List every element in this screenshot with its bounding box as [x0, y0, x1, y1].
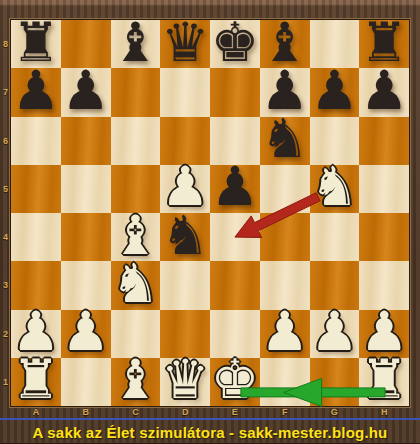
square-f4	[260, 213, 310, 261]
black-knight: ♞	[161, 212, 209, 260]
square-f6: ♞	[260, 117, 310, 165]
white-bishop: ♝	[111, 356, 159, 404]
square-a5	[11, 165, 61, 213]
square-h5	[359, 165, 409, 213]
square-d8: ♛	[160, 20, 210, 68]
square-f1	[260, 358, 310, 406]
square-b2: ♟	[61, 310, 111, 358]
file-label-e: E	[232, 407, 238, 417]
black-pawn: ♟	[61, 67, 109, 115]
square-e8: ♚	[210, 20, 260, 68]
square-h6	[359, 117, 409, 165]
rank-label-8: 8	[0, 39, 11, 49]
square-b7: ♟	[61, 68, 111, 116]
black-pawn: ♟	[310, 67, 358, 115]
square-g7: ♟	[310, 68, 360, 116]
file-label-d: D	[182, 407, 189, 417]
white-rook: ♜	[12, 356, 60, 404]
rank-label-1: 1	[0, 377, 11, 387]
square-e3	[210, 261, 260, 309]
square-e7	[210, 68, 260, 116]
square-a4	[11, 213, 61, 261]
square-e5: ♟	[210, 165, 260, 213]
black-pawn: ♟	[360, 67, 408, 115]
caption-text: A sakk az Élet szimulátora - sakk-mester…	[32, 424, 387, 441]
square-c8: ♝	[111, 20, 161, 68]
black-pawn: ♟	[12, 67, 60, 115]
file-label-b: B	[82, 407, 89, 417]
square-c7	[111, 68, 161, 116]
file-label-f: F	[282, 407, 288, 417]
square-g5: ♞	[310, 165, 360, 213]
square-c3: ♞	[111, 261, 161, 309]
square-h7: ♟	[359, 68, 409, 116]
file-label-h: H	[381, 407, 388, 417]
square-g4	[310, 213, 360, 261]
black-knight: ♞	[260, 115, 308, 163]
white-king: ♚	[211, 356, 259, 404]
square-e1: ♚	[210, 358, 260, 406]
square-h4	[359, 213, 409, 261]
square-d4: ♞	[160, 213, 210, 261]
black-queen: ♛	[161, 19, 209, 67]
square-c6	[111, 117, 161, 165]
file-label-a: A	[33, 407, 40, 417]
square-h1: ♜	[359, 358, 409, 406]
square-d3	[160, 261, 210, 309]
square-d7	[160, 68, 210, 116]
white-rook: ♜	[360, 356, 408, 404]
caption-bar: A sakk az Élet szimulátora - sakk-mester…	[0, 418, 420, 444]
rank-label-2: 2	[0, 329, 11, 339]
square-e4	[210, 213, 260, 261]
white-queen: ♛	[161, 356, 209, 404]
square-d1: ♛	[160, 358, 210, 406]
black-king: ♚	[211, 19, 259, 67]
square-a6	[11, 117, 61, 165]
rank-label-5: 5	[0, 184, 11, 194]
white-pawn: ♟	[310, 308, 358, 356]
file-label-g: G	[331, 407, 338, 417]
rank-label-7: 7	[0, 87, 11, 97]
square-b5	[61, 165, 111, 213]
square-f2: ♟	[260, 310, 310, 358]
square-b4	[61, 213, 111, 261]
square-a7: ♟	[11, 68, 61, 116]
rank-label-6: 6	[0, 136, 11, 146]
white-knight: ♞	[111, 260, 159, 308]
square-b1	[61, 358, 111, 406]
square-a1: ♜	[11, 358, 61, 406]
white-pawn: ♟	[260, 308, 308, 356]
square-b6	[61, 117, 111, 165]
file-label-c: C	[132, 407, 139, 417]
chess-board: ♜♝♛♚♝♜♟♟♟♟♟♞♟♟♞♝♞♞♟♟♟♟♟♜♝♛♚♜	[11, 20, 409, 406]
square-g2: ♟	[310, 310, 360, 358]
rank-label-4: 4	[0, 232, 11, 242]
chess-diagram: ♜♝♛♚♝♜♟♟♟♟♟♞♟♟♞♝♞♞♟♟♟♟♟♜♝♛♚♜ 87654321 AB…	[0, 0, 420, 444]
rank-label-3: 3	[0, 280, 11, 290]
black-bishop: ♝	[111, 19, 159, 67]
white-pawn: ♟	[61, 308, 109, 356]
white-knight: ♞	[310, 163, 358, 211]
black-pawn: ♟	[211, 163, 259, 211]
square-c1: ♝	[111, 358, 161, 406]
square-g1	[310, 358, 360, 406]
square-f5	[260, 165, 310, 213]
